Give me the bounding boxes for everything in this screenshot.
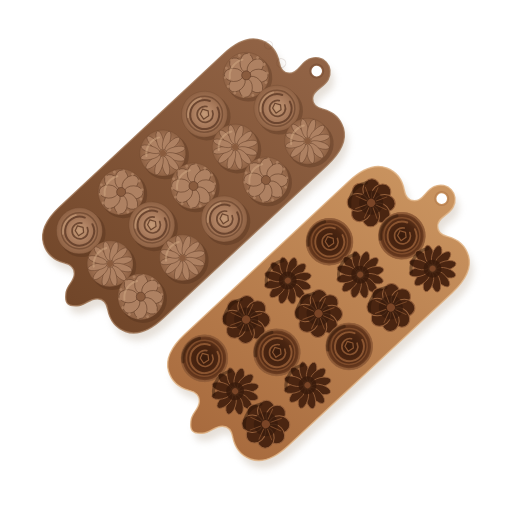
chocolate-mold-product-photo [0,0,510,510]
photo-stage [0,0,510,510]
